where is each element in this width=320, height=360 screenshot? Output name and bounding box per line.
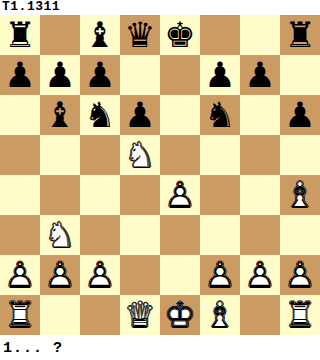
piece-black-pawn: ♟ [200,55,240,95]
square-e5[interactable] [160,135,200,175]
black-pawn-icon: ♟ [0,55,40,95]
square-d1[interactable]: ♛♕ [120,295,160,335]
piece-white-knight: ♞♘ [120,135,160,175]
square-c4[interactable] [80,175,120,215]
square-b7[interactable]: ♟ [40,55,80,95]
black-rook-icon: ♜ [280,15,320,55]
square-d5[interactable]: ♞♘ [120,135,160,175]
black-queen-icon: ♛ [120,15,160,55]
square-a8[interactable]: ♜ [0,15,40,55]
square-d8[interactable]: ♛ [120,15,160,55]
white-pawn-outline-icon: ♙ [280,255,320,295]
square-e4[interactable]: ♟♙ [160,175,200,215]
white-king-outline-icon: ♔ [160,295,200,335]
square-f2[interactable]: ♟♙ [200,255,240,295]
square-g5[interactable] [240,135,280,175]
square-c8[interactable]: ♝ [80,15,120,55]
chess-board: ♜♝♛♚♜♟♟♟♟♟♝♞♟♞♟♞♘♟♙♝♗♞♘♟♙♟♙♟♙♟♙♟♙♟♙♜♖♛♕♚… [0,15,320,335]
piece-black-rook: ♜ [280,15,320,55]
square-h8[interactable]: ♜ [280,15,320,55]
square-g7[interactable]: ♟ [240,55,280,95]
piece-white-pawn: ♟♙ [200,255,240,295]
black-pawn-icon: ♟ [40,55,80,95]
white-pawn-outline-icon: ♙ [240,255,280,295]
square-h7[interactable] [280,55,320,95]
piece-black-bishop: ♝ [40,95,80,135]
square-b5[interactable] [40,135,80,175]
piece-black-pawn: ♟ [240,55,280,95]
black-king-icon: ♚ [160,15,200,55]
square-a1[interactable]: ♜♖ [0,295,40,335]
white-rook-outline-icon: ♖ [280,295,320,335]
white-pawn-outline-icon: ♙ [80,255,120,295]
piece-black-knight: ♞ [80,95,120,135]
square-e1[interactable]: ♚♔ [160,295,200,335]
square-d7[interactable] [120,55,160,95]
square-a4[interactable] [0,175,40,215]
white-pawn-outline-icon: ♙ [160,175,200,215]
square-g1[interactable] [240,295,280,335]
square-a3[interactable] [0,215,40,255]
square-f6[interactable]: ♞ [200,95,240,135]
square-f4[interactable] [200,175,240,215]
piece-black-pawn: ♟ [80,55,120,95]
piece-black-bishop: ♝ [80,15,120,55]
piece-black-pawn: ♟ [40,55,80,95]
black-pawn-icon: ♟ [280,95,320,135]
white-bishop-outline-icon: ♗ [200,295,240,335]
piece-white-bishop: ♝♗ [280,175,320,215]
puzzle-id: T1.1311 [0,0,320,15]
square-f7[interactable]: ♟ [200,55,240,95]
piece-white-bishop: ♝♗ [200,295,240,335]
square-f3[interactable] [200,215,240,255]
piece-black-knight: ♞ [200,95,240,135]
square-a6[interactable] [0,95,40,135]
square-g2[interactable]: ♟♙ [240,255,280,295]
square-h2[interactable]: ♟♙ [280,255,320,295]
piece-white-pawn: ♟♙ [280,255,320,295]
piece-white-pawn: ♟♙ [240,255,280,295]
white-pawn-outline-icon: ♙ [200,255,240,295]
square-e2[interactable] [160,255,200,295]
white-queen-outline-icon: ♕ [120,295,160,335]
square-e6[interactable] [160,95,200,135]
white-pawn-outline-icon: ♙ [40,255,80,295]
piece-white-king: ♚♔ [160,295,200,335]
piece-black-king: ♚ [160,15,200,55]
black-bishop-icon: ♝ [80,15,120,55]
piece-black-pawn: ♟ [120,95,160,135]
square-f1[interactable]: ♝♗ [200,295,240,335]
square-h5[interactable] [280,135,320,175]
square-c3[interactable] [80,215,120,255]
square-a5[interactable] [0,135,40,175]
white-knight-outline-icon: ♘ [120,135,160,175]
square-g4[interactable] [240,175,280,215]
square-c1[interactable] [80,295,120,335]
square-f8[interactable] [200,15,240,55]
square-g8[interactable] [240,15,280,55]
square-d6[interactable]: ♟ [120,95,160,135]
white-knight-outline-icon: ♘ [40,215,80,255]
piece-white-pawn: ♟♙ [0,255,40,295]
square-c5[interactable] [80,135,120,175]
black-rook-icon: ♜ [0,15,40,55]
square-c2[interactable]: ♟♙ [80,255,120,295]
square-h6[interactable]: ♟ [280,95,320,135]
square-e8[interactable]: ♚ [160,15,200,55]
white-bishop-outline-icon: ♗ [280,175,320,215]
piece-white-pawn: ♟♙ [40,255,80,295]
black-knight-icon: ♞ [200,95,240,135]
square-b6[interactable]: ♝ [40,95,80,135]
square-g6[interactable] [240,95,280,135]
piece-black-rook: ♜ [0,15,40,55]
white-pawn-outline-icon: ♙ [0,255,40,295]
piece-white-pawn: ♟♙ [160,175,200,215]
white-rook-outline-icon: ♖ [0,295,40,335]
square-b8[interactable] [40,15,80,55]
black-pawn-icon: ♟ [120,95,160,135]
square-e3[interactable] [160,215,200,255]
square-b1[interactable] [40,295,80,335]
square-b2[interactable]: ♟♙ [40,255,80,295]
piece-white-knight: ♞♘ [40,215,80,255]
black-pawn-icon: ♟ [80,55,120,95]
square-h4[interactable]: ♝♗ [280,175,320,215]
black-pawn-icon: ♟ [200,55,240,95]
piece-black-queen: ♛ [120,15,160,55]
square-c6[interactable]: ♞ [80,95,120,135]
piece-white-pawn: ♟♙ [80,255,120,295]
piece-black-pawn: ♟ [280,95,320,135]
square-f5[interactable] [200,135,240,175]
square-e7[interactable] [160,55,200,95]
black-knight-icon: ♞ [80,95,120,135]
square-b4[interactable] [40,175,80,215]
move-prompt: 1... ? [0,335,320,357]
square-b3[interactable]: ♞♘ [40,215,80,255]
piece-white-queen: ♛♕ [120,295,160,335]
piece-black-pawn: ♟ [0,55,40,95]
black-pawn-icon: ♟ [240,55,280,95]
square-a7[interactable]: ♟ [0,55,40,95]
square-h3[interactable] [280,215,320,255]
square-a2[interactable]: ♟♙ [0,255,40,295]
square-d3[interactable] [120,215,160,255]
piece-white-rook: ♜♖ [280,295,320,335]
black-bishop-icon: ♝ [40,95,80,135]
square-g3[interactable] [240,215,280,255]
square-c7[interactable]: ♟ [80,55,120,95]
square-d4[interactable] [120,175,160,215]
piece-white-rook: ♜♖ [0,295,40,335]
square-h1[interactable]: ♜♖ [280,295,320,335]
square-d2[interactable] [120,255,160,295]
